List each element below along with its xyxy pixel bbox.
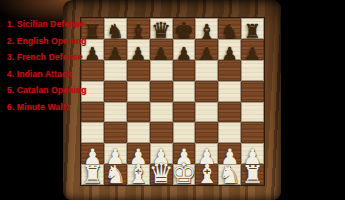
square-h8: ♜ — [241, 18, 264, 39]
square-e6 — [173, 60, 196, 81]
opening-option-6[interactable]: 6. Minute Waltz — [7, 99, 112, 116]
white-rook: ♜ — [241, 163, 263, 188]
square-d1: ♛ — [150, 164, 173, 185]
square-f2: ♟ — [195, 143, 218, 164]
square-f4 — [195, 102, 218, 123]
white-bishop: ♝ — [127, 162, 150, 188]
square-d7: ♟ — [150, 39, 173, 60]
square-a2: ♟ — [81, 143, 104, 164]
square-e1: ♚ — [173, 164, 196, 185]
square-b2: ♟ — [104, 143, 127, 164]
square-e2: ♟ — [173, 143, 196, 164]
white-rook: ♜ — [81, 163, 103, 188]
square-h3 — [241, 122, 264, 143]
square-d5 — [150, 81, 173, 102]
square-c3 — [127, 122, 150, 143]
square-h6 — [241, 60, 264, 81]
square-a1: ♜ — [81, 164, 104, 185]
square-g1: ♞ — [218, 164, 241, 185]
square-f8: ♝ — [195, 18, 218, 39]
square-c1: ♝ — [127, 164, 150, 185]
square-c8: ♝ — [127, 18, 150, 39]
square-d4 — [150, 102, 173, 123]
white-queen: ♛ — [148, 160, 173, 188]
square-f6 — [195, 60, 218, 81]
white-bishop: ♝ — [195, 162, 218, 188]
square-d3 — [150, 122, 173, 143]
square-g2: ♟ — [218, 143, 241, 164]
square-c4 — [127, 102, 150, 123]
white-knight: ♞ — [104, 163, 126, 188]
square-e8: ♚ — [173, 18, 196, 39]
opening-option-5[interactable]: 5. Catalan Opening — [7, 82, 112, 99]
square-f1: ♝ — [195, 164, 218, 185]
square-a3 — [81, 122, 104, 143]
square-e7: ♟ — [173, 39, 196, 60]
square-f7: ♟ — [195, 39, 218, 60]
white-king: ♚ — [171, 160, 196, 188]
square-h7: ♟ — [241, 39, 264, 60]
square-e5 — [173, 81, 196, 102]
square-c6 — [127, 60, 150, 81]
square-f5 — [195, 81, 218, 102]
openings-quiz-list: 1. Sicilian Defense 2. English Opening 3… — [7, 16, 112, 116]
square-h5 — [241, 81, 264, 102]
square-d6 — [150, 60, 173, 81]
opening-option-3[interactable]: 3. French Defense — [7, 49, 112, 66]
square-b1: ♞ — [104, 164, 127, 185]
square-g7: ♟ — [218, 39, 241, 60]
square-d2: ♟ — [150, 143, 173, 164]
square-g8: ♞ — [218, 18, 241, 39]
white-knight: ♞ — [219, 163, 241, 188]
square-c2: ♟ — [127, 143, 150, 164]
square-g3 — [218, 122, 241, 143]
square-c5 — [127, 81, 150, 102]
square-f3 — [195, 122, 218, 143]
square-g6 — [218, 60, 241, 81]
opening-option-2[interactable]: 2. English Opening — [7, 33, 112, 50]
opening-option-1[interactable]: 1. Sicilian Defense — [7, 16, 112, 33]
square-g5 — [218, 81, 241, 102]
square-h4 — [241, 102, 264, 123]
square-e4 — [173, 102, 196, 123]
square-c7: ♟ — [127, 39, 150, 60]
square-e3 — [173, 122, 196, 143]
opening-option-4[interactable]: 4. Indian Attack — [7, 66, 112, 83]
square-b3 — [104, 122, 127, 143]
screenshot: ♜♞♝♛♚♝♞♜♟♟♟♟♟♟♟♟♟♟♟♟♟♟♟♟♜♞♝♛♚♝♞♜ 1. Sici… — [0, 0, 345, 200]
square-g4 — [218, 102, 241, 123]
square-d8: ♛ — [150, 18, 173, 39]
square-h2: ♟ — [241, 143, 264, 164]
square-h1: ♜ — [241, 164, 264, 185]
